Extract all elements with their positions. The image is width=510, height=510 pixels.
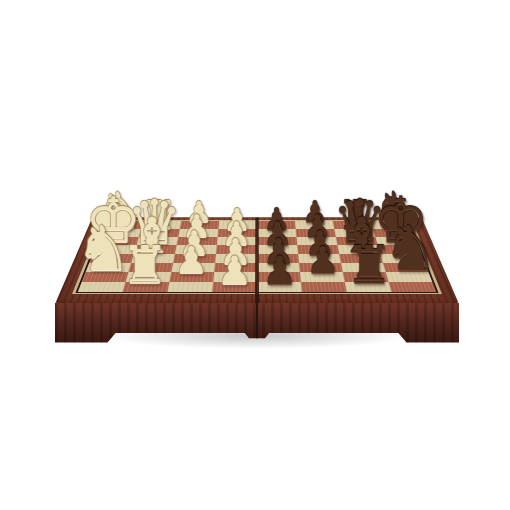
square-c6r8[interactable] xyxy=(301,282,347,292)
piece-black-pawn[interactable]: ♟ xyxy=(262,251,297,290)
piece-black-pawn[interactable]: ♟ xyxy=(306,242,340,279)
piece-white-rook[interactable]: ♜ xyxy=(121,239,168,291)
piece-black-rook[interactable]: ♜ xyxy=(346,239,393,291)
hinge-seam xyxy=(255,217,259,304)
piece-white-pawn[interactable]: ♟ xyxy=(217,251,252,290)
piece-white-pawn[interactable]: ♟ xyxy=(174,242,208,279)
square-c3r8[interactable] xyxy=(167,282,213,292)
scene: ♟♟♞♜♟♟♜♞♝♟♟♝♚♛♟♟♛♚♝♟♟♝♟♟♞♟♟♞♜♟♟♜ xyxy=(0,0,510,510)
